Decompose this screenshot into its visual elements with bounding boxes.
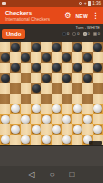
- back-icon[interactable]: ◁: [29, 170, 35, 179]
- black-piece[interactable]: [42, 53, 51, 62]
- board: [0, 42, 103, 145]
- home-icon[interactable]: ○: [50, 170, 55, 179]
- square-6-1[interactable]: [10, 104, 20, 114]
- square-0-9[interactable]: [93, 42, 103, 52]
- square-7-0[interactable]: [0, 114, 10, 124]
- square-0-5[interactable]: [52, 42, 62, 52]
- square-3-7: [72, 73, 82, 83]
- status-time: 1:36: [92, 1, 101, 6]
- black-piece[interactable]: [11, 63, 20, 72]
- square-8-2: [21, 124, 31, 134]
- stat-count: 0: [98, 32, 100, 36]
- black-piece[interactable]: [1, 53, 10, 62]
- android-nav-bar: ◁ ○ □: [0, 166, 103, 183]
- square-8-0: [0, 124, 10, 134]
- square-0-4: [41, 42, 51, 52]
- square-0-8: [82, 42, 92, 52]
- black-piece[interactable]: [11, 43, 20, 52]
- square-6-7[interactable]: [72, 104, 82, 114]
- square-8-9[interactable]: [93, 124, 103, 134]
- plus-icon: +: [84, 1, 87, 6]
- square-8-5[interactable]: [52, 124, 62, 134]
- square-0-1[interactable]: [10, 42, 20, 52]
- square-1-6[interactable]: [62, 52, 72, 62]
- square-5-9: [93, 94, 103, 104]
- square-0-7[interactable]: [72, 42, 82, 52]
- black-piece[interactable]: [52, 43, 61, 52]
- black-man-icon: [62, 32, 66, 36]
- square-6-3[interactable]: [31, 104, 41, 114]
- white-man-icon: [83, 32, 87, 36]
- white-piece[interactable]: [11, 104, 20, 113]
- square-8-1[interactable]: [10, 124, 20, 134]
- square-5-8[interactable]: [82, 94, 92, 104]
- white-piece[interactable]: [73, 104, 82, 113]
- square-3-0[interactable]: [0, 73, 10, 83]
- square-6-4: [41, 104, 51, 114]
- black-piece[interactable]: [1, 74, 10, 83]
- black-piece[interactable]: [62, 53, 71, 62]
- square-1-9: [93, 52, 103, 62]
- square-6-2: [21, 104, 31, 114]
- black-piece[interactable]: [73, 63, 82, 72]
- square-2-0: [0, 63, 10, 73]
- white-piece[interactable]: [11, 125, 20, 134]
- square-7-6[interactable]: [62, 114, 72, 124]
- square-9-1: [10, 135, 20, 145]
- square-4-3[interactable]: [31, 83, 41, 93]
- square-4-2: [21, 83, 31, 93]
- square-4-4: [41, 83, 51, 93]
- square-1-5: [52, 52, 62, 62]
- square-3-2[interactable]: [21, 73, 31, 83]
- square-2-4: [41, 63, 51, 73]
- black-piece[interactable]: [83, 53, 92, 62]
- square-5-7: [72, 94, 82, 104]
- stat-white-king: 0: [93, 32, 100, 36]
- square-6-8: [82, 104, 92, 114]
- white-piece[interactable]: [42, 115, 51, 124]
- black-king-icon: [72, 32, 76, 36]
- square-3-5: [52, 73, 62, 83]
- turn-indicator: Turn - WHITE: [75, 25, 100, 30]
- white-piece[interactable]: [62, 115, 71, 124]
- black-piece[interactable]: [32, 84, 41, 93]
- white-piece[interactable]: [83, 115, 92, 124]
- black-piece[interactable]: [42, 74, 51, 83]
- black-piece[interactable]: [32, 63, 41, 72]
- black-piece[interactable]: [52, 63, 61, 72]
- square-6-6: [62, 104, 72, 114]
- phone-screen: + 1:36 Checkers International Checkers ⚙…: [0, 0, 103, 183]
- square-2-3[interactable]: [31, 63, 41, 73]
- battery-icon: [88, 1, 91, 6]
- square-5-2[interactable]: [21, 94, 31, 104]
- square-1-8[interactable]: [82, 52, 92, 62]
- square-5-4[interactable]: [41, 94, 51, 104]
- stat-count: 0: [88, 32, 90, 36]
- black-piece[interactable]: [21, 53, 30, 62]
- square-4-5[interactable]: [52, 83, 62, 93]
- square-3-8[interactable]: [82, 73, 92, 83]
- square-0-0: [0, 42, 10, 52]
- black-piece[interactable]: [83, 74, 92, 83]
- square-5-1: [10, 94, 20, 104]
- square-7-2[interactable]: [21, 114, 31, 124]
- square-5-3: [31, 94, 41, 104]
- square-7-1: [10, 114, 20, 124]
- watermark-badge: [89, 141, 102, 145]
- square-1-7: [72, 52, 82, 62]
- white-piece[interactable]: [93, 125, 102, 134]
- square-0-3[interactable]: [31, 42, 41, 52]
- square-5-5: [52, 94, 62, 104]
- square-2-9[interactable]: [93, 63, 103, 73]
- white-king-icon: [93, 32, 97, 36]
- new-game-button[interactable]: NEW: [75, 13, 88, 19]
- app-subtitle: International Checkers: [5, 17, 64, 22]
- white-piece[interactable]: [21, 135, 30, 144]
- square-8-8: [82, 124, 92, 134]
- square-4-9[interactable]: [93, 83, 103, 93]
- square-0-6: [62, 42, 72, 52]
- square-2-5[interactable]: [52, 63, 62, 73]
- status-bar: + 1:36: [0, 0, 103, 7]
- stat-count: 0: [77, 32, 79, 36]
- white-piece[interactable]: [1, 135, 10, 144]
- square-8-4: [41, 124, 51, 134]
- square-2-1[interactable]: [10, 63, 20, 73]
- black-piece[interactable]: [93, 43, 102, 52]
- white-piece[interactable]: [42, 135, 51, 144]
- white-piece[interactable]: [93, 104, 102, 113]
- square-4-1[interactable]: [10, 83, 20, 93]
- square-9-3: [31, 135, 41, 145]
- square-7-4[interactable]: [41, 114, 51, 124]
- square-7-7: [72, 114, 82, 124]
- white-piece[interactable]: [52, 125, 61, 134]
- white-piece[interactable]: [73, 125, 82, 134]
- stat-count: 0: [67, 32, 69, 36]
- square-6-9[interactable]: [93, 104, 103, 114]
- square-2-6: [62, 63, 72, 73]
- app-bar: Checkers International Checkers ⚙ NEW ⋮: [0, 7, 103, 24]
- square-1-4[interactable]: [41, 52, 51, 62]
- square-7-5: [52, 114, 62, 124]
- black-piece[interactable]: [32, 43, 41, 52]
- square-9-2[interactable]: [21, 135, 31, 145]
- black-piece[interactable]: [93, 63, 102, 72]
- undo-button[interactable]: Undo: [2, 29, 25, 39]
- black-piece[interactable]: [73, 43, 82, 52]
- recents-icon[interactable]: □: [70, 170, 75, 179]
- white-piece[interactable]: [52, 104, 61, 113]
- overflow-menu-icon[interactable]: ⋮: [92, 12, 99, 19]
- ad-space: [0, 145, 103, 166]
- square-0-2: [21, 42, 31, 52]
- square-4-6: [62, 83, 72, 93]
- control-strip: Turn - WHITE Undo 0000: [0, 24, 103, 42]
- stat-black-king: 0: [72, 32, 79, 36]
- stat-white-man: 0: [83, 32, 90, 36]
- white-piece[interactable]: [32, 125, 41, 134]
- square-3-4[interactable]: [41, 73, 51, 83]
- app-title: Checkers: [5, 10, 64, 17]
- square-3-9: [93, 73, 103, 83]
- square-4-0: [0, 83, 10, 93]
- square-7-9: [93, 114, 103, 124]
- square-5-0[interactable]: [0, 94, 10, 104]
- square-9-5: [52, 135, 62, 145]
- square-8-6: [62, 124, 72, 134]
- square-2-2: [21, 63, 31, 73]
- capture-stats: 0000: [62, 32, 100, 36]
- square-8-3[interactable]: [31, 124, 41, 134]
- square-2-7[interactable]: [72, 63, 82, 73]
- square-2-8: [82, 63, 92, 73]
- square-6-5[interactable]: [52, 104, 62, 114]
- white-piece[interactable]: [1, 115, 10, 124]
- square-3-6[interactable]: [62, 73, 72, 83]
- white-piece[interactable]: [32, 104, 41, 113]
- square-8-7[interactable]: [72, 124, 82, 134]
- square-1-1: [10, 52, 20, 62]
- square-9-0[interactable]: [0, 135, 10, 145]
- square-4-8: [82, 83, 92, 93]
- alarm-clock-icon: [79, 2, 83, 6]
- square-7-8[interactable]: [82, 114, 92, 124]
- square-5-6[interactable]: [62, 94, 72, 104]
- black-piece[interactable]: [62, 74, 71, 83]
- stat-black-man: 0: [62, 32, 69, 36]
- square-3-3: [31, 73, 41, 83]
- square-9-7: [72, 135, 82, 145]
- white-piece[interactable]: [21, 115, 30, 124]
- square-6-0: [0, 104, 10, 114]
- square-1-3: [31, 52, 41, 62]
- settings-gear-icon[interactable]: ⚙: [64, 12, 71, 20]
- square-9-4[interactable]: [41, 135, 51, 145]
- square-9-6[interactable]: [62, 135, 72, 145]
- white-piece[interactable]: [62, 135, 71, 144]
- square-1-0[interactable]: [0, 52, 10, 62]
- square-3-1: [10, 73, 20, 83]
- app-bar-titles: Checkers International Checkers: [5, 10, 64, 22]
- square-1-2[interactable]: [21, 52, 31, 62]
- square-4-7[interactable]: [72, 83, 82, 93]
- square-7-3: [31, 114, 41, 124]
- notification-icon: [2, 2, 6, 6]
